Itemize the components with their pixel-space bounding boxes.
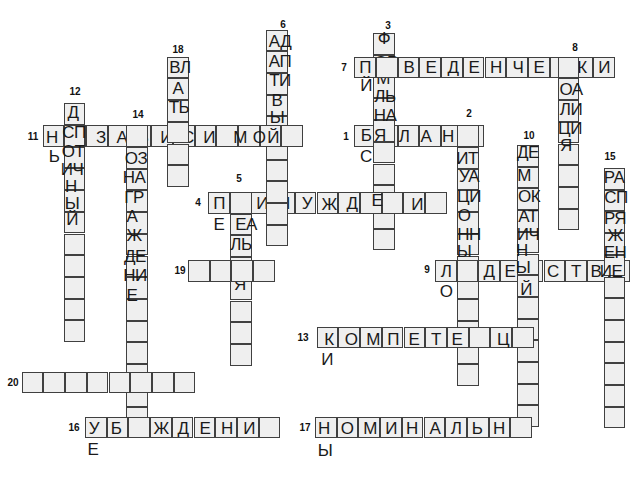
cell-word10-8 (517, 297, 539, 319)
letter: К (324, 330, 333, 347)
letter: Ц (497, 331, 509, 348)
letter: Н (221, 419, 233, 436)
letter: Д (483, 262, 494, 279)
cell-word15-7 (604, 298, 626, 320)
letter: Ы (318, 442, 333, 459)
cell-word18-6 (167, 165, 189, 187)
letter: Е (469, 59, 480, 76)
letter: И (203, 128, 215, 145)
letter: З (96, 128, 106, 145)
cell-word20-8 (174, 372, 196, 394)
letter: М (517, 167, 531, 184)
letter: А (127, 208, 138, 225)
letter: П (387, 330, 399, 347)
cell-word5-6 (230, 301, 252, 323)
cell-word17-10 (510, 417, 532, 439)
clue-number-8: 8 (572, 43, 578, 53)
letter: Е (505, 262, 516, 279)
letter: Н (490, 59, 502, 76)
letter: Я (374, 126, 386, 143)
letter: Ь (49, 148, 60, 165)
cell-word20-6 (130, 372, 152, 394)
letter: Е (200, 419, 211, 436)
clue-number-20: 20 (7, 378, 18, 388)
letter: Б (111, 419, 122, 436)
cell-word15-12 (604, 407, 626, 429)
cell-word4-11 (425, 192, 447, 214)
clue-number-13: 13 (297, 333, 308, 343)
cell-word16-9 (259, 417, 281, 439)
cell-word15-9 (604, 342, 626, 364)
letter: Д (177, 419, 188, 436)
letter: А (173, 79, 184, 96)
letter: Н (318, 420, 330, 437)
letter: ГР (124, 188, 144, 205)
letter: Д (447, 59, 458, 76)
letter: Н (516, 242, 528, 259)
letter: Д (67, 104, 78, 121)
letter: ВЛ (169, 58, 190, 75)
clue-number-18: 18 (172, 45, 183, 55)
letter: Й (520, 281, 532, 298)
letter: И (243, 419, 255, 436)
cell-word5-7 (230, 322, 252, 344)
letter: Е (127, 287, 138, 304)
cell-word4-9 (382, 192, 404, 214)
letter: Н (406, 420, 418, 437)
letter: НА (374, 107, 397, 124)
letter: Л (441, 262, 452, 279)
letter: ЛИ (560, 100, 582, 117)
cell-word5-1 (230, 192, 252, 214)
cell-word2-12 (457, 364, 479, 386)
cell-word16-3 (128, 417, 150, 439)
letter: Й (360, 76, 372, 93)
letter: О (440, 283, 453, 300)
clue-number-9: 9 (424, 265, 430, 275)
letter: Я (560, 137, 572, 154)
cell-word20-7 (152, 372, 174, 394)
letter: Н (493, 420, 505, 437)
letter: ДЕ (124, 247, 146, 264)
letter: Ф (378, 30, 390, 47)
letter: ОК (518, 187, 540, 204)
letter: П (359, 58, 371, 75)
cell-word19-1 (188, 260, 210, 282)
cell-word8-6 (558, 165, 580, 187)
letter: П (213, 194, 225, 211)
letter: Й (267, 128, 279, 145)
letter: НА (123, 168, 146, 185)
cell-word12-11 (64, 320, 86, 342)
letter: Е (426, 59, 437, 76)
letter: ДЕ (517, 144, 539, 161)
letter: Н (46, 128, 58, 145)
cell-word3-7 (373, 164, 395, 186)
cell-word12-10 (64, 299, 86, 321)
cell-word19-4 (253, 260, 275, 282)
cell-word15-8 (604, 320, 626, 342)
letter: Ж (153, 419, 168, 436)
clue-number-1: 1 (343, 132, 349, 142)
letter: ЛЬ (374, 87, 395, 104)
letter: АП (269, 52, 291, 69)
letter: Е (372, 192, 383, 209)
clue-number-14: 14 (132, 110, 143, 120)
clue-number-4: 4 (195, 198, 201, 208)
letter: И (598, 59, 610, 76)
cell-word6-9 (266, 203, 288, 225)
letter: ТИ (269, 72, 291, 89)
letter: ЕА (235, 216, 257, 233)
clue-number-11: 11 (28, 132, 39, 142)
letter: ОА (559, 81, 582, 98)
cell-word3-10 (373, 229, 395, 251)
clue-number-6: 6 (280, 20, 286, 30)
letter: М (363, 420, 377, 437)
cell-word19-3 (231, 260, 253, 282)
letter: АТ (518, 207, 537, 224)
letter: Ж (126, 227, 141, 244)
cell-word15-10 (604, 363, 626, 385)
letter: НИ (123, 267, 147, 284)
letter: Е (409, 330, 420, 347)
letter: ОТ (62, 142, 85, 159)
letter: Л (399, 127, 410, 144)
cell-word10-11 (517, 362, 539, 384)
letter: У (89, 419, 99, 436)
letter: Ы (457, 242, 472, 259)
letter: О (458, 207, 471, 224)
letter: Т (571, 262, 581, 279)
letter: Л (451, 420, 462, 437)
clue-number-5: 5 (236, 174, 242, 184)
cell-word2-1 (457, 125, 479, 147)
cell-word15-11 (604, 385, 626, 407)
crossword-board: 1БАЛАНС2ИТУАЦИОННЫЙ3ФОРМЛЬНАЯ4ПРИНУЖДЕИЕ… (0, 0, 640, 480)
clue-number-17: 17 (299, 423, 310, 433)
letter: Ы (516, 258, 531, 275)
cell-word14-10 (126, 321, 148, 343)
letter: Ч (513, 59, 524, 76)
cell-word20-4 (87, 372, 109, 394)
letter: О (253, 128, 266, 145)
cell-word8-1 (558, 57, 580, 79)
cell-word20-1 (22, 372, 44, 394)
letter: У (302, 194, 312, 211)
letter: ТЬ (169, 98, 190, 115)
clue-number-12: 12 (69, 87, 80, 97)
letter: ЛЬ (230, 236, 251, 253)
cell-word3-6 (373, 142, 395, 164)
letter: РЯ (604, 209, 626, 226)
cell-word18-4 (167, 122, 189, 144)
cell-word14-1 (126, 125, 148, 147)
letter: СП (62, 123, 86, 140)
letter: Е (452, 330, 463, 347)
letter: ЦИ (558, 119, 582, 136)
letter: ОЗ (125, 150, 148, 167)
letter: УА (459, 168, 479, 185)
letter: СП (604, 188, 628, 205)
letter: Б (361, 127, 372, 144)
letter: Й (66, 210, 78, 227)
cell-word12-9 (64, 277, 86, 299)
letter: И (321, 350, 333, 367)
letter: В (272, 92, 283, 109)
cell-word20-5 (109, 372, 131, 394)
cell-word6-10 (266, 225, 288, 247)
clue-number-19: 19 (174, 266, 185, 276)
letter: ЦИ (457, 187, 481, 204)
cell-word9-2 (457, 260, 479, 282)
cell-word18-5 (167, 144, 189, 166)
letter: С (547, 262, 559, 279)
cell-word13-10 (512, 327, 534, 349)
letter: А (430, 420, 441, 437)
cell-word20-2 (43, 372, 65, 394)
letter: ИЧ (61, 160, 84, 177)
letter: Ж (321, 196, 336, 213)
letter: Е (88, 440, 99, 457)
cell-word7-2 (376, 57, 398, 79)
letter: Е (214, 216, 225, 233)
cell-word19-2 (210, 260, 232, 282)
cell-word6-7 (266, 160, 288, 182)
letter: А (421, 127, 432, 144)
letter: РА (604, 169, 625, 186)
cell-word20-3 (65, 372, 87, 394)
cell-word13-8 (469, 327, 491, 349)
letter: АД (269, 33, 291, 50)
letter: Д (346, 195, 357, 212)
letter: ИТ (456, 149, 478, 166)
letter: НН (457, 226, 481, 243)
letter: Н (65, 178, 77, 195)
letter: В (404, 59, 415, 76)
letter: Т (431, 330, 441, 347)
letter: М (233, 128, 247, 145)
clue-number-7: 7 (341, 63, 347, 73)
cell-word14-11 (126, 342, 148, 364)
cell-word8-7 (558, 187, 580, 209)
clue-number-15: 15 (604, 152, 615, 162)
clue-number-10: 10 (523, 131, 534, 141)
letter: И (385, 420, 397, 437)
letter: Ь (472, 420, 483, 437)
letter: Н (442, 127, 454, 144)
cell-word10-12 (517, 384, 539, 406)
letter: С (360, 147, 372, 164)
letter: ИЕ (600, 262, 623, 279)
letter: И (411, 196, 423, 213)
letter: Ж (607, 227, 622, 244)
cell-word6-8 (266, 181, 288, 203)
cell-word8-8 (558, 209, 580, 231)
letter: Е (534, 59, 545, 76)
cell-word5-8 (230, 344, 252, 366)
cell-word2-9 (457, 299, 479, 321)
letter: Ы (270, 108, 285, 125)
letter: ЕН (604, 243, 627, 260)
cell-word12-7 (64, 234, 86, 256)
letter: О (341, 420, 354, 437)
letter: М (366, 330, 380, 347)
cell-word12-8 (64, 255, 86, 277)
cell-word11-12 (281, 125, 303, 147)
letter: О (345, 330, 358, 347)
clue-number-2: 2 (466, 109, 472, 119)
clue-number-16: 16 (68, 423, 79, 433)
